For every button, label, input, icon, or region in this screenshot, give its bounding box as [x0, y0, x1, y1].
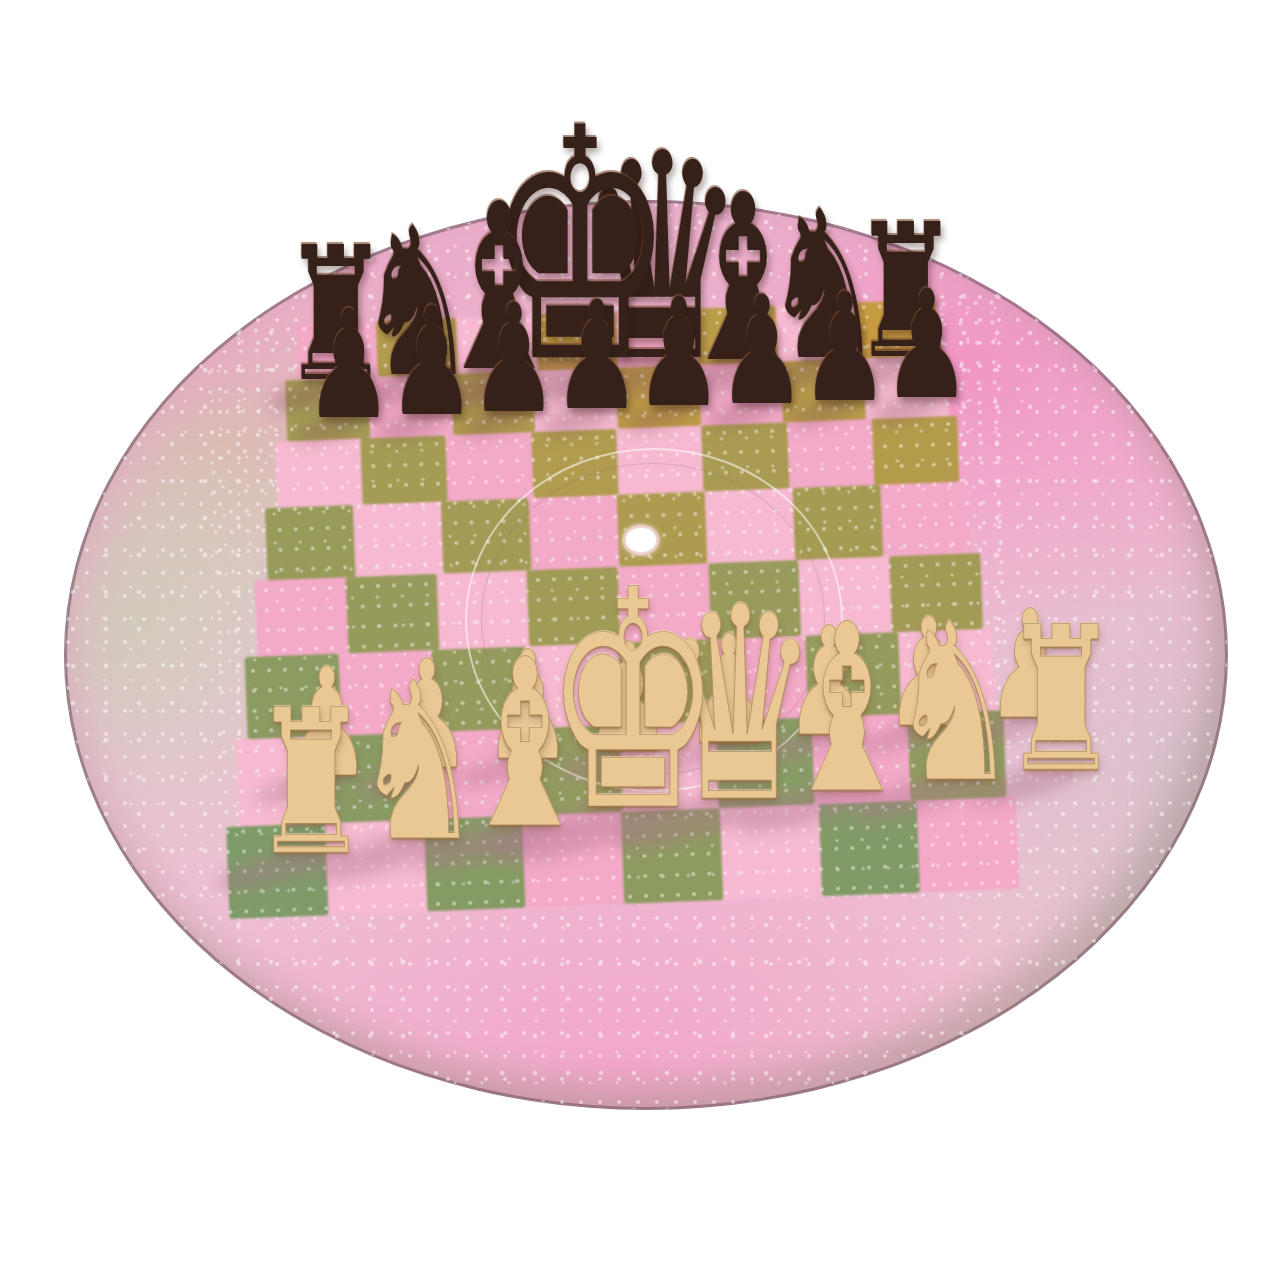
pieces-layer: ♜♞♝♚♛♝♞♜♟♟♟♟♟♟♟♟♟♟♟♟♟♟♟♟♜♞♝♚♛♝♞♜ — [0, 0, 1280, 1280]
piece-black-pawn-a7[interactable]: ♟ — [282, 290, 416, 431]
piece-white-rook-a1[interactable]: ♜ — [221, 683, 400, 871]
pawn-glyph: ♟ — [305, 290, 394, 440]
photo-scene: ♜♞♝♚♛♝♞♜♟♟♟♟♟♟♟♟♟♟♟♟♟♟♟♟♜♞♝♚♛♝♞♜ — [0, 0, 1280, 1280]
rook-glyph: ♜ — [252, 683, 370, 883]
